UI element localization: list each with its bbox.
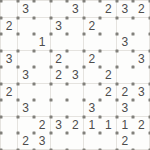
clue-r5c6: 2 [105, 86, 112, 98]
cell-r5c3[interactable] [51, 84, 68, 101]
cell-r2c6[interactable] [100, 34, 117, 51]
cell-r0c8[interactable]: 2 [133, 1, 150, 18]
cell-r5c5[interactable] [84, 84, 101, 101]
cell-r4c3[interactable]: 2 [51, 67, 68, 84]
cell-r0c4[interactable]: 3 [67, 1, 84, 18]
clue-r1c3: 3 [55, 20, 62, 32]
slitherlink-puzzle: 33232232133223323222233332321112232 [0, 0, 150, 150]
cell-r2c0[interactable] [1, 34, 18, 51]
clue-r2c2: 1 [39, 36, 46, 48]
cell-r6c6[interactable] [100, 100, 117, 117]
cell-r6c5[interactable]: 3 [84, 100, 101, 117]
cell-r1c4[interactable] [67, 18, 84, 35]
cell-r8c0[interactable] [1, 133, 18, 150]
cell-r2c4[interactable] [67, 34, 84, 51]
cell-r1c8[interactable] [133, 18, 150, 35]
cell-r4c4[interactable]: 3 [67, 67, 84, 84]
clue-r3c3: 2 [55, 53, 62, 65]
clue-r8c1: 2 [22, 135, 29, 147]
clue-r6c7: 3 [122, 102, 129, 114]
cell-r1c3[interactable]: 3 [51, 18, 68, 35]
cell-r7c8[interactable]: 2 [133, 117, 150, 134]
cell-r4c8[interactable] [133, 67, 150, 84]
cell-r8c5[interactable] [84, 133, 101, 150]
cell-r0c3[interactable] [51, 1, 68, 18]
cell-r6c8[interactable] [133, 100, 150, 117]
cell-r8c1[interactable]: 2 [18, 133, 35, 150]
cell-r4c5[interactable] [84, 67, 101, 84]
cell-r0c5[interactable] [84, 1, 101, 18]
cell-r7c2[interactable]: 2 [34, 117, 51, 134]
clue-r7c7: 1 [122, 119, 129, 131]
cell-r6c4[interactable] [67, 100, 84, 117]
cell-r6c0[interactable] [1, 100, 18, 117]
cell-r7c0[interactable] [1, 117, 18, 134]
cell-r7c3[interactable]: 3 [51, 117, 68, 134]
cell-r3c5[interactable]: 2 [84, 51, 101, 68]
clue-r0c4: 3 [72, 3, 79, 15]
clue-r4c3: 2 [55, 69, 62, 81]
clue-r6c5: 3 [88, 102, 95, 114]
clue-r3c5: 2 [88, 53, 95, 65]
cell-r8c8[interactable] [133, 133, 150, 150]
cell-r1c1[interactable] [18, 18, 35, 35]
cell-r1c6[interactable] [100, 18, 117, 35]
clue-r1c0: 2 [6, 20, 13, 32]
cell-r8c2[interactable]: 3 [34, 133, 51, 150]
clue-r4c4: 3 [72, 69, 79, 81]
cell-r3c8[interactable]: 3 [133, 51, 150, 68]
clue-r1c5: 2 [88, 20, 95, 32]
cell-r7c1[interactable] [18, 117, 35, 134]
clue-r3c8: 3 [138, 53, 145, 65]
cell-r3c1[interactable] [18, 51, 35, 68]
clue-r0c7: 3 [122, 3, 129, 15]
clue-r4c1: 3 [22, 69, 29, 81]
cell-r4c1[interactable]: 3 [18, 67, 35, 84]
cell-r5c1[interactable] [18, 84, 35, 101]
cell-r4c7[interactable] [117, 67, 134, 84]
cell-r4c2[interactable] [34, 67, 51, 84]
clue-r4c6: 2 [105, 69, 112, 81]
cell-r5c7[interactable]: 2 [117, 84, 134, 101]
cell-r4c0[interactable] [1, 67, 18, 84]
cell-r1c0[interactable]: 2 [1, 18, 18, 35]
cell-r0c7[interactable]: 3 [117, 1, 134, 18]
clue-r0c1: 3 [22, 3, 29, 15]
cell-r3c3[interactable]: 2 [51, 51, 68, 68]
cell-r0c0[interactable] [1, 1, 18, 18]
clue-r7c6: 1 [105, 119, 112, 131]
clue-r0c6: 2 [105, 3, 112, 15]
clue-r5c8: 3 [138, 86, 145, 98]
cell-r2c2[interactable]: 1 [34, 34, 51, 51]
cell-r0c1[interactable]: 3 [18, 1, 35, 18]
cell-r2c3[interactable] [51, 34, 68, 51]
cell-r8c3[interactable] [51, 133, 68, 150]
cell-r6c7[interactable]: 3 [117, 100, 134, 117]
cell-r5c4[interactable] [67, 84, 84, 101]
cell-r5c0[interactable]: 2 [1, 84, 18, 101]
cell-r2c5[interactable] [84, 34, 101, 51]
cell-r6c1[interactable]: 3 [18, 100, 35, 117]
clue-r7c2: 2 [39, 119, 46, 131]
cell-r1c5[interactable]: 2 [84, 18, 101, 35]
cell-r7c5[interactable]: 1 [84, 117, 101, 134]
cell-r8c6[interactable] [100, 133, 117, 150]
cell-r6c2[interactable] [34, 100, 51, 117]
clue-r0c8: 2 [138, 3, 145, 15]
cell-r8c7[interactable]: 2 [117, 133, 134, 150]
cell-r1c7[interactable] [117, 18, 134, 35]
clue-r2c7: 3 [122, 36, 129, 48]
clue-r5c0: 2 [6, 86, 13, 98]
cell-r3c7[interactable] [117, 51, 134, 68]
clue-r3c0: 3 [6, 53, 13, 65]
clue-r6c1: 3 [22, 102, 29, 114]
cell-r5c6[interactable]: 2 [100, 84, 117, 101]
clue-r7c8: 2 [138, 119, 145, 131]
cell-r2c8[interactable] [133, 34, 150, 51]
slitherlink-board: 33232232133223323222233332321112232 [0, 0, 150, 150]
clue-r5c7: 2 [122, 86, 129, 98]
clue-r7c3: 3 [55, 119, 62, 131]
cell-r5c8[interactable]: 3 [133, 84, 150, 101]
cell-r4c6[interactable]: 2 [100, 67, 117, 84]
cell-r5c2[interactable] [34, 84, 51, 101]
cell-r8c4[interactable] [67, 133, 84, 150]
cell-r2c7[interactable]: 3 [117, 34, 134, 51]
cell-r2c1[interactable] [18, 34, 35, 51]
cell-r7c4[interactable]: 2 [67, 117, 84, 134]
cell-r3c0[interactable]: 3 [1, 51, 18, 68]
cell-r7c6[interactable]: 1 [100, 117, 117, 134]
clue-r8c2: 3 [39, 135, 46, 147]
cell-r3c2[interactable] [34, 51, 51, 68]
clue-r7c4: 2 [72, 119, 79, 131]
cell-r0c2[interactable] [34, 1, 51, 18]
clue-r8c7: 2 [122, 135, 129, 147]
cell-r6c3[interactable] [51, 100, 68, 117]
cell-r3c4[interactable] [67, 51, 84, 68]
cell-r7c7[interactable]: 1 [117, 117, 134, 134]
cell-r3c6[interactable] [100, 51, 117, 68]
cell-r0c6[interactable]: 2 [100, 1, 117, 18]
cell-r1c2[interactable] [34, 18, 51, 35]
clue-r7c5: 1 [88, 119, 95, 131]
